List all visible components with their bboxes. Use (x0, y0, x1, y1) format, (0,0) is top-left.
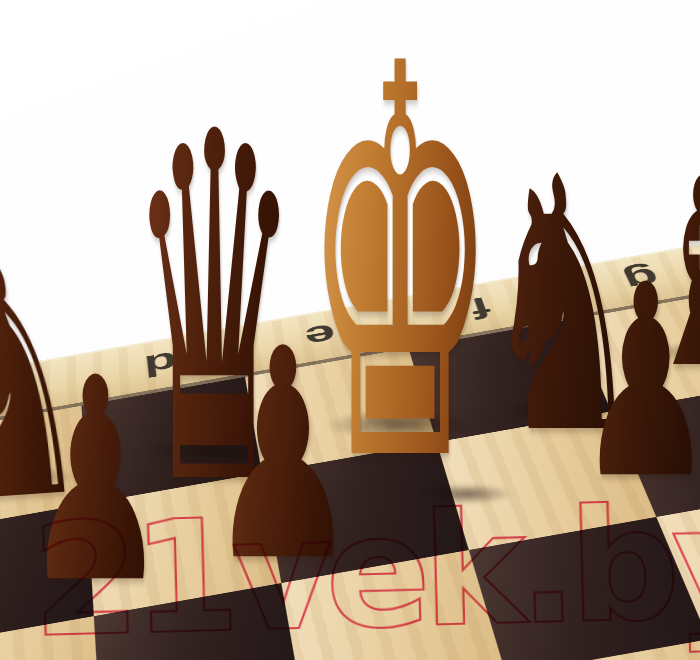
pieces-layer: ♝♞♚♛♟♞♟♟♟ (0, 0, 700, 660)
black-pawn-icon: ♟ (22, 341, 168, 621)
black-pawn-icon: ♟ (208, 311, 359, 601)
white-pawn-icon: ♟ (398, 285, 536, 550)
black-pawn-icon: ♟ (577, 250, 700, 515)
chess-set-photo-scene: abcdefgh ♝♞♚♛♟♞♟♟♟ 21vek.by (0, 0, 700, 660)
